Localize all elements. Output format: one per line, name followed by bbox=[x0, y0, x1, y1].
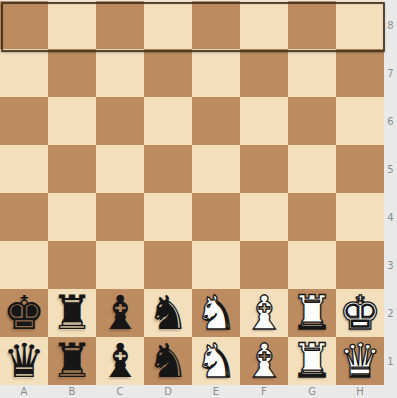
file-label-d: D bbox=[144, 385, 192, 398]
file-label-b: B bbox=[48, 385, 96, 398]
file-label-c: C bbox=[96, 385, 144, 398]
square-e6[interactable] bbox=[192, 97, 240, 145]
square-e1[interactable]: ♞ bbox=[192, 337, 240, 385]
square-c8[interactable] bbox=[96, 1, 144, 49]
square-a3[interactable] bbox=[0, 241, 48, 289]
square-e7[interactable] bbox=[192, 49, 240, 97]
square-a8[interactable] bbox=[0, 1, 48, 49]
rank-label-6: 6 bbox=[384, 97, 397, 145]
square-h2[interactable]: ♚ bbox=[336, 289, 384, 337]
square-a4[interactable] bbox=[0, 193, 48, 241]
rank-label-4: 4 bbox=[384, 193, 397, 241]
square-b7[interactable] bbox=[48, 49, 96, 97]
piece-white-king-h2[interactable]: ♚ bbox=[339, 289, 381, 337]
square-d2[interactable]: ♞ bbox=[144, 289, 192, 337]
square-g7[interactable] bbox=[288, 49, 336, 97]
square-g2[interactable]: ♜ bbox=[288, 289, 336, 337]
square-c6[interactable] bbox=[96, 97, 144, 145]
square-d6[interactable] bbox=[144, 97, 192, 145]
square-d1[interactable]: ♞ bbox=[144, 337, 192, 385]
square-f4[interactable] bbox=[240, 193, 288, 241]
square-e4[interactable] bbox=[192, 193, 240, 241]
square-h1[interactable]: ♛ bbox=[336, 337, 384, 385]
square-g6[interactable] bbox=[288, 97, 336, 145]
square-g1[interactable]: ♜ bbox=[288, 337, 336, 385]
square-b4[interactable] bbox=[48, 193, 96, 241]
piece-black-knight-d1[interactable]: ♞ bbox=[147, 337, 189, 385]
square-c7[interactable] bbox=[96, 49, 144, 97]
square-g3[interactable] bbox=[288, 241, 336, 289]
square-d4[interactable] bbox=[144, 193, 192, 241]
file-label-h: H bbox=[336, 385, 384, 398]
square-e3[interactable] bbox=[192, 241, 240, 289]
square-c1[interactable]: ♝ bbox=[96, 337, 144, 385]
square-a2[interactable]: ♚ bbox=[0, 289, 48, 337]
piece-black-bishop-c1[interactable]: ♝ bbox=[99, 337, 141, 385]
rank-labels: 87654321 bbox=[384, 1, 397, 385]
piece-black-bishop-c2[interactable]: ♝ bbox=[99, 289, 141, 337]
square-a6[interactable] bbox=[0, 97, 48, 145]
square-d7[interactable] bbox=[144, 49, 192, 97]
square-h6[interactable] bbox=[336, 97, 384, 145]
rank-label-1: 1 bbox=[384, 337, 397, 385]
square-c2[interactable]: ♝ bbox=[96, 289, 144, 337]
square-d8[interactable] bbox=[144, 1, 192, 49]
square-a5[interactable] bbox=[0, 145, 48, 193]
square-a7[interactable] bbox=[0, 49, 48, 97]
piece-white-queen-h1[interactable]: ♛ bbox=[339, 337, 381, 385]
square-f2[interactable]: ♝ bbox=[240, 289, 288, 337]
square-f3[interactable] bbox=[240, 241, 288, 289]
square-e5[interactable] bbox=[192, 145, 240, 193]
square-h8[interactable] bbox=[336, 1, 384, 49]
square-b3[interactable] bbox=[48, 241, 96, 289]
square-b8[interactable] bbox=[48, 1, 96, 49]
square-g5[interactable] bbox=[288, 145, 336, 193]
square-g4[interactable] bbox=[288, 193, 336, 241]
rank-label-7: 7 bbox=[384, 49, 397, 97]
piece-white-rook-g2[interactable]: ♜ bbox=[291, 289, 333, 337]
rank-label-3: 3 bbox=[384, 241, 397, 289]
square-f1[interactable]: ♝ bbox=[240, 337, 288, 385]
piece-black-queen-a1[interactable]: ♛ bbox=[3, 337, 45, 385]
chess-board-widget: ♚♜♝♞♞♝♜♚♛♜♝♞♞♝♜♛ 87654321 ABCDEFGH bbox=[0, 0, 397, 398]
piece-white-bishop-f2[interactable]: ♝ bbox=[243, 289, 285, 337]
rank-label-2: 2 bbox=[384, 289, 397, 337]
rank-label-8: 8 bbox=[384, 1, 397, 49]
square-h7[interactable] bbox=[336, 49, 384, 97]
square-b1[interactable]: ♜ bbox=[48, 337, 96, 385]
piece-white-knight-e1[interactable]: ♞ bbox=[195, 337, 237, 385]
chess-board: ♚♜♝♞♞♝♜♚♛♜♝♞♞♝♜♛ bbox=[0, 1, 384, 385]
square-f8[interactable] bbox=[240, 1, 288, 49]
square-c3[interactable] bbox=[96, 241, 144, 289]
square-h4[interactable] bbox=[336, 193, 384, 241]
square-c5[interactable] bbox=[96, 145, 144, 193]
square-b2[interactable]: ♜ bbox=[48, 289, 96, 337]
square-h3[interactable] bbox=[336, 241, 384, 289]
file-label-g: G bbox=[288, 385, 336, 398]
piece-white-knight-e2[interactable]: ♞ bbox=[195, 289, 237, 337]
piece-black-rook-b1[interactable]: ♜ bbox=[51, 337, 93, 385]
square-a1[interactable]: ♛ bbox=[0, 337, 48, 385]
square-e2[interactable]: ♞ bbox=[192, 289, 240, 337]
piece-black-king-a2[interactable]: ♚ bbox=[3, 289, 45, 337]
square-f5[interactable] bbox=[240, 145, 288, 193]
square-h5[interactable] bbox=[336, 145, 384, 193]
file-labels: ABCDEFGH bbox=[0, 385, 384, 398]
piece-white-rook-g1[interactable]: ♜ bbox=[291, 337, 333, 385]
square-f7[interactable] bbox=[240, 49, 288, 97]
square-c4[interactable] bbox=[96, 193, 144, 241]
rank-label-5: 5 bbox=[384, 145, 397, 193]
square-f6[interactable] bbox=[240, 97, 288, 145]
piece-black-knight-d2[interactable]: ♞ bbox=[147, 289, 189, 337]
piece-white-bishop-f1[interactable]: ♝ bbox=[243, 337, 285, 385]
square-d3[interactable] bbox=[144, 241, 192, 289]
square-b5[interactable] bbox=[48, 145, 96, 193]
piece-black-rook-b2[interactable]: ♜ bbox=[51, 289, 93, 337]
file-label-f: F bbox=[240, 385, 288, 398]
file-label-a: A bbox=[0, 385, 48, 398]
square-b6[interactable] bbox=[48, 97, 96, 145]
square-g8[interactable] bbox=[288, 1, 336, 49]
square-d5[interactable] bbox=[144, 145, 192, 193]
square-e8[interactable] bbox=[192, 1, 240, 49]
file-label-e: E bbox=[192, 385, 240, 398]
